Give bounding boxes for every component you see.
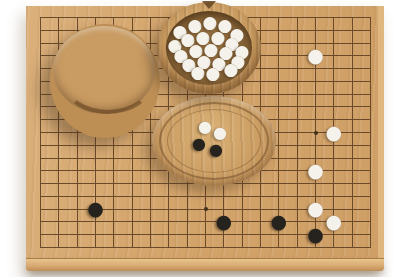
black-stone[interactable]: ● bbox=[192, 136, 206, 152]
white-stone[interactable]: ● bbox=[191, 64, 206, 81]
black-stone[interactable]: ● bbox=[307, 224, 324, 243]
star-point bbox=[204, 207, 208, 211]
grid-line bbox=[352, 17, 353, 248]
grid-line bbox=[40, 247, 371, 248]
black-stone[interactable]: ● bbox=[216, 212, 233, 231]
white-stone[interactable]: ● bbox=[213, 125, 227, 141]
white-stone[interactable]: ● bbox=[224, 61, 239, 78]
white-stone[interactable]: ● bbox=[307, 46, 324, 65]
white-stone[interactable]: ● bbox=[326, 212, 343, 231]
white-stone[interactable]: ● bbox=[307, 161, 324, 180]
black-stone[interactable]: ● bbox=[271, 212, 288, 231]
grid-line bbox=[297, 17, 298, 248]
open-bowl[interactable]: ●●●●●●●●●●●●●●●●●●●●●● bbox=[157, 2, 261, 94]
black-stone[interactable]: ● bbox=[87, 199, 104, 218]
lid-seam bbox=[63, 50, 153, 114]
open-bowl-stones: ●●●●●●●●●●●●●●●●●●●●●● bbox=[157, 2, 261, 94]
grid-line bbox=[370, 17, 371, 248]
star-point bbox=[314, 131, 318, 135]
white-stone[interactable]: ● bbox=[307, 199, 324, 218]
lidded-bowl-lid[interactable] bbox=[53, 26, 155, 114]
dish[interactable]: ●●●● bbox=[152, 96, 276, 186]
white-stone[interactable]: ● bbox=[326, 122, 343, 141]
black-stone[interactable]: ● bbox=[209, 142, 223, 158]
white-stone[interactable]: ● bbox=[206, 65, 221, 82]
lidded-bowl[interactable] bbox=[50, 24, 160, 138]
photo-scene: ●●●●●●●●● ●●●● ●●●●●●●●●●●●●●●●●●●●●● bbox=[0, 0, 400, 277]
white-stone[interactable]: ● bbox=[198, 119, 212, 135]
board-front-edge bbox=[26, 258, 384, 271]
bowl-rim-notch bbox=[202, 1, 216, 9]
